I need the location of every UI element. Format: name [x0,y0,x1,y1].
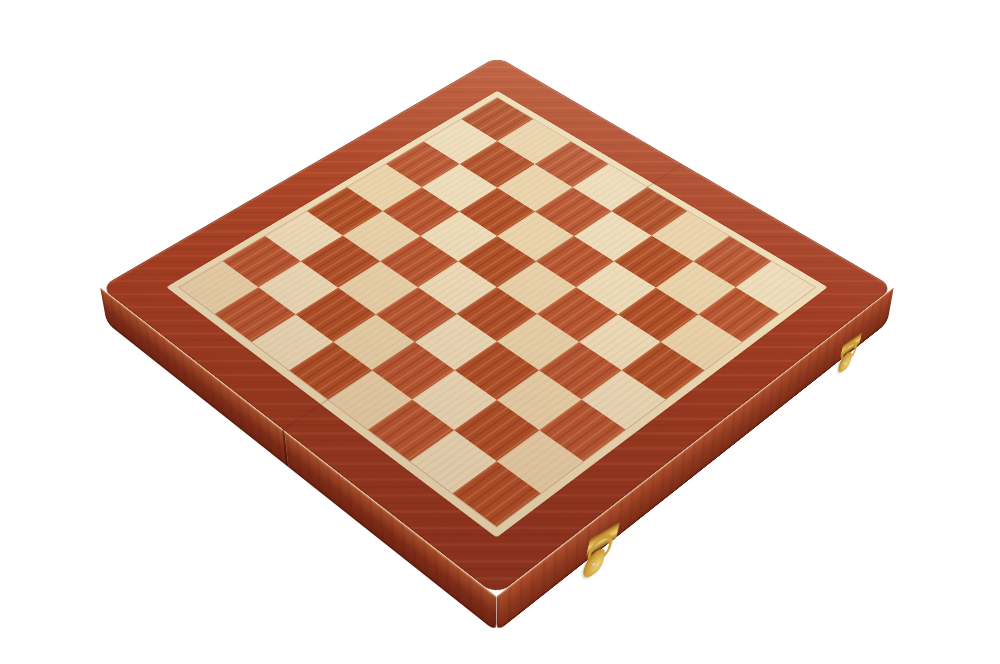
chess-board [107,91,888,632]
brass-clasp-lower [580,515,623,578]
clasp-screw-hole [591,560,597,568]
clasp-screw-hole [843,360,847,366]
light-sheen [100,57,894,597]
fold-seam-side [282,429,288,467]
brass-clasp-upper [836,328,864,374]
scene [0,0,1000,664]
board-top-face [100,57,894,597]
